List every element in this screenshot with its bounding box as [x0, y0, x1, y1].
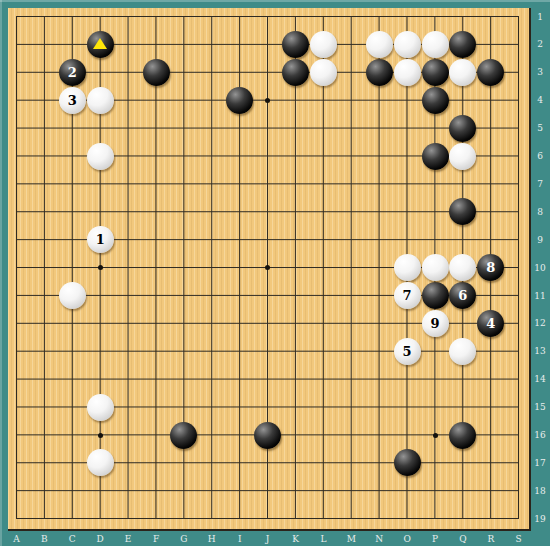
- stone-P10-white[interactable]: [422, 254, 449, 281]
- row-label-5: 5: [537, 123, 543, 133]
- row-label-15: 15: [534, 402, 545, 412]
- stone-O3-white[interactable]: [394, 59, 421, 86]
- stone-C11-white[interactable]: [59, 282, 86, 309]
- row-label-14: 14: [534, 374, 545, 384]
- star-point-J10: [265, 265, 270, 270]
- column-label-M: M: [347, 534, 356, 544]
- row-label-2: 2: [537, 39, 543, 49]
- move-number-7: 7: [403, 289, 412, 302]
- star-point-P16: [433, 433, 438, 438]
- stone-C4-white[interactable]: 3: [59, 87, 86, 114]
- stone-D2-black[interactable]: [87, 31, 114, 58]
- column-label-J: J: [266, 534, 270, 544]
- move-number-9: 9: [430, 317, 439, 330]
- star-point-J4: [265, 98, 270, 103]
- stone-D4-white[interactable]: [87, 87, 114, 114]
- column-label-S: S: [516, 534, 522, 544]
- row-label-16: 16: [534, 430, 545, 440]
- column-label-N: N: [375, 534, 383, 544]
- stone-C3-black[interactable]: 2: [59, 59, 86, 86]
- column-label-B: B: [41, 534, 48, 544]
- stone-O10-white[interactable]: [394, 254, 421, 281]
- row-label-18: 18: [534, 486, 545, 496]
- stone-O17-black[interactable]: [394, 449, 421, 476]
- move-number-1: 1: [96, 233, 105, 246]
- stone-D6-white[interactable]: [87, 143, 114, 170]
- stone-O11-white[interactable]: 7: [394, 282, 421, 309]
- stone-L3-white[interactable]: [310, 59, 337, 86]
- stone-Q6-white[interactable]: [449, 143, 476, 170]
- stone-K3-black[interactable]: [282, 59, 309, 86]
- stone-D15-white[interactable]: [87, 394, 114, 421]
- move-number-6: 6: [458, 289, 467, 302]
- stone-D9-white[interactable]: 1: [87, 226, 114, 253]
- go-board[interactable]: 286431795: [8, 8, 531, 531]
- column-label-R: R: [487, 534, 494, 544]
- stone-L2-white[interactable]: [310, 31, 337, 58]
- column-label-D: D: [97, 534, 104, 544]
- stone-P12-white[interactable]: 9: [422, 310, 449, 337]
- row-label-19: 19: [534, 514, 545, 524]
- move-number-5: 5: [403, 345, 412, 358]
- stone-N3-black[interactable]: [366, 59, 393, 86]
- move-number-3: 3: [68, 94, 77, 107]
- column-label-C: C: [69, 534, 76, 544]
- row-label-17: 17: [534, 458, 545, 468]
- stone-P2-white[interactable]: [422, 31, 449, 58]
- column-label-I: I: [238, 534, 242, 544]
- row-label-7: 7: [537, 179, 543, 189]
- column-label-K: K: [292, 534, 299, 544]
- star-point-D10: [98, 265, 103, 270]
- column-label-H: H: [208, 534, 216, 544]
- row-label-3: 3: [537, 67, 543, 77]
- stone-Q5-black[interactable]: [449, 115, 476, 142]
- stone-O13-white[interactable]: 5: [394, 338, 421, 365]
- stone-Q16-black[interactable]: [449, 422, 476, 449]
- stone-G16-black[interactable]: [170, 422, 197, 449]
- column-label-A: A: [13, 534, 20, 544]
- row-label-1: 1: [537, 12, 543, 22]
- go-diagram-frame: 286431795 ABCDEFGHIJKLMNOPQRS 1234567891…: [0, 0, 550, 546]
- row-label-13: 13: [534, 346, 545, 356]
- stone-D17-white[interactable]: [87, 449, 114, 476]
- column-label-F: F: [153, 534, 159, 544]
- stone-J16-black[interactable]: [254, 422, 281, 449]
- row-label-9: 9: [537, 235, 543, 245]
- row-label-6: 6: [537, 151, 543, 161]
- move-number-2: 2: [68, 66, 77, 79]
- triangle-marker: [93, 38, 107, 49]
- stone-R12-black[interactable]: 4: [477, 310, 504, 337]
- column-label-L: L: [320, 534, 326, 544]
- frame-bevel-top: [0, 0, 550, 2]
- stone-Q13-white[interactable]: [449, 338, 476, 365]
- row-label-12: 12: [534, 318, 545, 328]
- row-label-10: 10: [534, 263, 545, 273]
- stone-R3-black[interactable]: [477, 59, 504, 86]
- stone-F3-black[interactable]: [143, 59, 170, 86]
- stone-I4-black[interactable]: [226, 87, 253, 114]
- move-number-4: 4: [486, 317, 495, 330]
- column-label-O: O: [403, 534, 410, 544]
- column-label-P: P: [432, 534, 438, 544]
- row-label-8: 8: [537, 207, 543, 217]
- stone-K2-black[interactable]: [282, 31, 309, 58]
- stone-O2-white[interactable]: [394, 31, 421, 58]
- column-label-Q: Q: [459, 534, 466, 544]
- stone-P6-black[interactable]: [422, 143, 449, 170]
- stone-P3-black[interactable]: [422, 59, 449, 86]
- stone-P4-black[interactable]: [422, 87, 449, 114]
- frame-bevel-left: [0, 0, 2, 546]
- stone-P11-black[interactable]: [422, 282, 449, 309]
- row-label-11: 11: [534, 291, 545, 301]
- move-number-8: 8: [486, 261, 495, 274]
- stone-N2-white[interactable]: [366, 31, 393, 58]
- row-label-4: 4: [537, 95, 543, 105]
- stone-Q3-white[interactable]: [449, 59, 476, 86]
- column-label-G: G: [180, 534, 187, 544]
- column-label-E: E: [125, 534, 132, 544]
- star-point-D16: [98, 433, 103, 438]
